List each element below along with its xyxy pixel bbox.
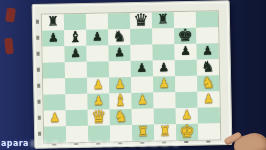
black-pawn-a7: ♟ bbox=[42, 29, 64, 45]
square-e6 bbox=[130, 45, 152, 61]
black-pawn-b6: ♟ bbox=[64, 45, 86, 61]
white-pawn-c3: ♟ bbox=[87, 92, 109, 108]
tick bbox=[36, 36, 39, 40]
square-c6 bbox=[86, 45, 108, 61]
square-h3: ♟ bbox=[197, 91, 219, 107]
square-e7 bbox=[130, 29, 152, 45]
square-g8 bbox=[174, 12, 196, 28]
tick bbox=[37, 68, 40, 72]
square-a6 bbox=[42, 46, 64, 62]
watermark: apara bbox=[1, 139, 29, 148]
square-h8 bbox=[196, 11, 218, 27]
square-d7: ♞ bbox=[108, 29, 130, 45]
square-d8 bbox=[108, 13, 130, 29]
square-c7: ♟ bbox=[86, 29, 108, 45]
square-e2 bbox=[132, 109, 154, 125]
square-a7: ♟ bbox=[42, 30, 64, 46]
black-knight-h5: ♞ bbox=[197, 58, 219, 74]
blurred-caption bbox=[30, 140, 180, 147]
square-f1: ♜ bbox=[154, 124, 176, 140]
white-king-g1: ♚ bbox=[176, 123, 198, 139]
presenter-hand bbox=[212, 122, 266, 150]
white-bishop-d3: ♝ bbox=[109, 92, 131, 108]
square-c2: ♛ bbox=[88, 109, 110, 125]
tick bbox=[38, 116, 41, 120]
black-pawn-h6: ♟ bbox=[196, 42, 218, 58]
square-f3 bbox=[153, 92, 175, 108]
square-f2 bbox=[154, 108, 176, 124]
white-rook-e1: ♜ bbox=[132, 124, 154, 140]
square-c8 bbox=[86, 13, 108, 29]
square-h6: ♟ bbox=[196, 43, 218, 59]
square-g6: ♟ bbox=[174, 44, 196, 60]
square-f7 bbox=[152, 28, 174, 44]
black-pawn-c7: ♟ bbox=[86, 28, 108, 44]
square-d1 bbox=[110, 125, 132, 141]
square-d3: ♝ bbox=[109, 93, 131, 109]
white-pawn-d4: ♟ bbox=[109, 76, 131, 92]
square-g7: ♚ bbox=[174, 28, 196, 44]
tick bbox=[37, 52, 40, 56]
square-b5 bbox=[65, 62, 87, 78]
square-d2: ♞ bbox=[110, 109, 132, 125]
frame-marking bbox=[5, 7, 16, 22]
black-bishop-b7: ♝ bbox=[64, 29, 86, 45]
tick bbox=[37, 84, 40, 88]
square-c3: ♟ bbox=[87, 93, 109, 109]
square-g3 bbox=[175, 92, 197, 108]
black-queen-e8: ♛ bbox=[130, 12, 152, 28]
black-rook-a8: ♜ bbox=[42, 13, 64, 29]
square-f4: ♟ bbox=[153, 76, 175, 92]
tick bbox=[37, 100, 40, 104]
black-rook-f8: ♜ bbox=[152, 11, 174, 27]
square-g2: ♟ bbox=[176, 108, 198, 124]
black-pawn-g6: ♟ bbox=[174, 43, 196, 59]
square-h5: ♞ bbox=[197, 59, 219, 75]
tick bbox=[206, 141, 210, 143]
black-king-g7: ♚ bbox=[174, 27, 196, 43]
tick bbox=[36, 20, 39, 24]
square-f5: ♟ bbox=[153, 60, 175, 76]
white-rook-f1: ♜ bbox=[154, 123, 176, 139]
white-knight-d2: ♞ bbox=[110, 108, 132, 124]
square-e3: ♟ bbox=[131, 93, 153, 109]
square-b7: ♝ bbox=[64, 30, 86, 46]
square-b8 bbox=[64, 14, 86, 30]
chess-board: ♜♛♜♟♝♟♞♚♟♟♟♟♟♟♞♟♟♟♞♟♝♟♟♟♛♞♟♜♜♚ bbox=[41, 10, 221, 143]
square-c5 bbox=[87, 61, 109, 77]
square-a3 bbox=[43, 94, 65, 110]
demonstration-board: ♜♛♜♟♝♟♞♚♟♟♟♟♟♟♞♟♟♟♞♟♝♟♟♟♛♞♟♜♜♚ bbox=[32, 0, 233, 149]
square-b2 bbox=[66, 110, 88, 126]
square-e1: ♜ bbox=[132, 125, 154, 141]
square-g4 bbox=[175, 76, 197, 92]
tick bbox=[38, 132, 41, 136]
white-pawn-a2: ♟ bbox=[44, 109, 66, 125]
video-frame: ♜♛♜♟♝♟♞♚♟♟♟♟♟♟♞♟♟♟♞♟♝♟♟♟♛♞♟♜♜♚ apara bbox=[0, 0, 266, 150]
white-pawn-h3: ♟ bbox=[197, 90, 219, 106]
square-d5 bbox=[109, 61, 131, 77]
white-pawn-f4: ♟ bbox=[153, 75, 175, 91]
square-h4: ♞ bbox=[197, 75, 219, 91]
white-pawn-c4: ♟ bbox=[87, 76, 109, 92]
square-e8: ♛ bbox=[130, 13, 152, 29]
square-a2: ♟ bbox=[44, 110, 66, 126]
square-d4: ♟ bbox=[109, 77, 131, 93]
square-f8: ♜ bbox=[152, 12, 174, 28]
square-d6: ♟ bbox=[108, 45, 130, 61]
square-e5: ♟ bbox=[131, 61, 153, 77]
frame-marking bbox=[4, 38, 14, 55]
white-pawn-g2: ♟ bbox=[176, 107, 198, 123]
square-g1: ♚ bbox=[176, 124, 198, 140]
square-b4 bbox=[65, 78, 87, 94]
square-b6: ♟ bbox=[64, 46, 86, 62]
white-queen-c2: ♛ bbox=[88, 108, 110, 124]
square-a5 bbox=[43, 62, 65, 78]
black-pawn-e5: ♟ bbox=[131, 60, 153, 76]
square-a4 bbox=[43, 78, 65, 94]
white-pawn-e3: ♟ bbox=[131, 92, 153, 108]
square-g5 bbox=[175, 60, 197, 76]
square-c4: ♟ bbox=[87, 77, 109, 93]
square-h7 bbox=[196, 27, 218, 43]
black-pawn-d6: ♟ bbox=[108, 44, 130, 60]
black-knight-d7: ♞ bbox=[108, 28, 130, 44]
square-a8: ♜ bbox=[42, 14, 64, 30]
square-f6 bbox=[152, 44, 174, 60]
square-b3 bbox=[65, 94, 87, 110]
white-knight-h4: ♞ bbox=[197, 74, 219, 90]
black-pawn-f5: ♟ bbox=[153, 59, 175, 75]
tick bbox=[184, 141, 188, 143]
square-e4 bbox=[131, 77, 153, 93]
